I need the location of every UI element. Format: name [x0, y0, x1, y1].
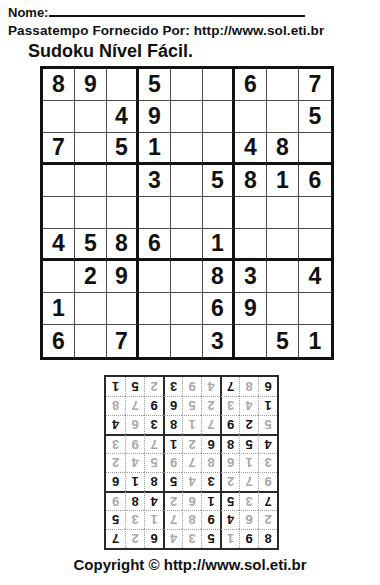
cell-r4c9: 6: [299, 165, 331, 197]
cell-r2c4: 9: [139, 101, 171, 133]
cell-r4c4: 3: [139, 165, 171, 197]
solution-cell-r5c9: 2: [106, 453, 125, 472]
cell-r9c8: 5: [267, 325, 299, 357]
solution-cell-r1c9: 7: [106, 529, 125, 548]
solution-cell-r2c5: 8: [182, 510, 201, 529]
solution-cell-r8c8: 7: [125, 396, 144, 415]
solution-cell-r9c9: 1: [106, 377, 125, 396]
solution-cell-r3c4: 1: [201, 491, 220, 510]
solution-cell-r2c8: 3: [125, 510, 144, 529]
solution-cell-r9c3: 7: [220, 377, 239, 396]
cell-r1c6[interactable]: [203, 69, 235, 101]
cell-r9c2[interactable]: [75, 325, 107, 357]
cell-r2c6[interactable]: [203, 101, 235, 133]
solution-cell-r1c6: 4: [163, 529, 182, 548]
solution-cell-r6c6: 1: [163, 434, 182, 453]
cell-r8c4[interactable]: [139, 293, 171, 325]
cell-r3c1: 7: [43, 133, 75, 165]
cell-r7c3: 9: [107, 261, 139, 293]
solution-cell-r7c1: 5: [258, 415, 277, 434]
solution-cell-r8c4: 2: [201, 396, 220, 415]
solution-cell-r9c8: 5: [125, 377, 144, 396]
cell-r5c9[interactable]: [299, 197, 331, 229]
cell-r2c1[interactable]: [43, 101, 75, 133]
solution-cell-r5c3: 6: [220, 453, 239, 472]
cell-r6c4: 6: [139, 229, 171, 261]
solution-cell-r2c6: 7: [163, 510, 182, 529]
solution-cell-r9c6: 3: [163, 377, 182, 396]
name-blank-line: [49, 3, 305, 17]
solution-cell-r3c1: 7: [258, 491, 277, 510]
solution-cell-r8c9: 8: [106, 396, 125, 415]
solution-cell-r2c3: 4: [220, 510, 239, 529]
cell-r9c3: 7: [107, 325, 139, 357]
name-row: Nome:: [8, 3, 305, 20]
cell-r6c1: 4: [43, 229, 75, 261]
solution-cell-r4c2: 7: [239, 472, 258, 491]
cell-r7c4[interactable]: [139, 261, 171, 293]
solution-cell-r2c9: 5: [106, 510, 125, 529]
name-label: Nome:: [8, 5, 48, 20]
solution-cell-r8c2: 4: [239, 396, 258, 415]
cell-r1c4: 5: [139, 69, 171, 101]
cell-r5c7[interactable]: [235, 197, 267, 229]
cell-r1c3[interactable]: [107, 69, 139, 101]
solution-cell-r1c1: 8: [258, 529, 277, 548]
cell-r4c1[interactable]: [43, 165, 75, 197]
cell-r1c9: 7: [299, 69, 331, 101]
cell-r9c1: 6: [43, 325, 75, 357]
cell-r5c4[interactable]: [139, 197, 171, 229]
cell-r3c2[interactable]: [75, 133, 107, 165]
cell-r4c2[interactable]: [75, 165, 107, 197]
cell-r6c2: 5: [75, 229, 107, 261]
solution-cell-r7c5: 1: [182, 415, 201, 434]
solution-cell-r5c8: 4: [125, 453, 144, 472]
solution-cell-r6c1: 4: [258, 434, 277, 453]
cell-r2c2[interactable]: [75, 101, 107, 133]
cell-r6c9[interactable]: [299, 229, 331, 261]
solution-cell-r9c5: 9: [182, 377, 201, 396]
solution-cell-r5c5: 7: [182, 453, 201, 472]
cell-r8c7: 9: [235, 293, 267, 325]
solution-cell-r2c4: 9: [201, 510, 220, 529]
solution-cell-r5c6: 9: [163, 453, 182, 472]
cell-r4c5[interactable]: [171, 165, 203, 197]
solution-cell-r1c8: 2: [125, 529, 144, 548]
cell-r5c8[interactable]: [267, 197, 299, 229]
cell-r9c5[interactable]: [171, 325, 203, 357]
sudoku-solution-grid-upside-down: 8915346272649871357351624899723458163168…: [104, 375, 279, 550]
cell-r7c5[interactable]: [171, 261, 203, 293]
cell-r6c8[interactable]: [267, 229, 299, 261]
solution-cell-r6c4: 6: [201, 434, 220, 453]
solution-cell-r4c6: 5: [163, 472, 182, 491]
solution-cell-r1c2: 9: [239, 529, 258, 548]
solution-cell-r1c7: 6: [144, 529, 163, 548]
cell-r3c3: 5: [107, 133, 139, 165]
solution-cell-r5c1: 3: [258, 453, 277, 472]
solution-cell-r3c6: 2: [163, 491, 182, 510]
solution-cell-r3c5: 6: [182, 491, 201, 510]
cell-r8c2[interactable]: [75, 293, 107, 325]
cell-r8c3[interactable]: [107, 293, 139, 325]
solution-cell-r7c2: 2: [239, 415, 258, 434]
cell-r6c6: 1: [203, 229, 235, 261]
solution-cell-r5c4: 8: [201, 453, 220, 472]
cell-r3c8: 8: [267, 133, 299, 165]
cell-r3c5[interactable]: [171, 133, 203, 165]
solution-cell-r9c7: 2: [144, 377, 163, 396]
solution-cell-r9c2: 8: [239, 377, 258, 396]
solution-cell-r4c9: 6: [106, 472, 125, 491]
solution-cell-r4c4: 3: [201, 472, 220, 491]
page-title: Sudoku Nível Fácil.: [28, 41, 193, 62]
solution-cell-r7c8: 6: [125, 415, 144, 434]
cell-r6c3: 8: [107, 229, 139, 261]
cell-r2c7[interactable]: [235, 101, 267, 133]
cell-r5c3[interactable]: [107, 197, 139, 229]
cell-r8c5[interactable]: [171, 293, 203, 325]
cell-r7c2: 2: [75, 261, 107, 293]
cell-r8c1: 1: [43, 293, 75, 325]
solution-cell-r2c7: 1: [144, 510, 163, 529]
solution-cell-r2c2: 6: [239, 510, 258, 529]
solution-cell-r8c1: 1: [258, 396, 277, 415]
solution-cell-r1c5: 3: [182, 529, 201, 548]
cell-r7c8[interactable]: [267, 261, 299, 293]
cell-r7c6: 8: [203, 261, 235, 293]
cell-r2c3: 4: [107, 101, 139, 133]
solution-cell-r1c4: 5: [201, 529, 220, 548]
cell-r1c2: 9: [75, 69, 107, 101]
provider-line: Passatempo Fornecido Por: http://www.sol…: [8, 23, 324, 38]
sudoku-printable-page: Nome: Passatempo Fornecido Por: http://w…: [0, 0, 380, 585]
cell-r1c5[interactable]: [171, 69, 203, 101]
solution-cell-r6c5: 2: [182, 434, 201, 453]
cell-r7c1[interactable]: [43, 261, 75, 293]
cell-r8c6: 6: [203, 293, 235, 325]
solution-cell-r7c7: 3: [144, 415, 163, 434]
cell-r3c6[interactable]: [203, 133, 235, 165]
solution-cell-r3c2: 3: [239, 491, 258, 510]
cell-r9c4[interactable]: [139, 325, 171, 357]
cell-r4c6: 5: [203, 165, 235, 197]
solution-cell-r6c9: 3: [106, 434, 125, 453]
cell-r6c5[interactable]: [171, 229, 203, 261]
cell-r9c7[interactable]: [235, 325, 267, 357]
cell-r1c1: 8: [43, 69, 75, 101]
solution-cell-r4c5: 4: [182, 472, 201, 491]
cell-r2c8[interactable]: [267, 101, 299, 133]
solution-cell-r7c6: 8: [163, 415, 182, 434]
solution-cell-r6c2: 5: [239, 434, 258, 453]
cell-r6c7[interactable]: [235, 229, 267, 261]
solution-cell-r4c8: 1: [125, 472, 144, 491]
cell-r3c9[interactable]: [299, 133, 331, 165]
copyright-line: Copyright © http://www.sol.eti.br: [0, 556, 380, 573]
solution-cell-r9c1: 6: [258, 377, 277, 396]
cell-r2c9: 5: [299, 101, 331, 133]
cell-r3c4: 1: [139, 133, 171, 165]
solution-cell-r6c8: 9: [125, 434, 144, 453]
cell-r8c9[interactable]: [299, 293, 331, 325]
solution-cell-r5c2: 1: [239, 453, 258, 472]
cell-r5c6[interactable]: [203, 197, 235, 229]
solution-cell-r3c8: 8: [125, 491, 144, 510]
solution-cell-r6c7: 7: [144, 434, 163, 453]
cell-r4c8: 1: [267, 165, 299, 197]
solution-cell-r8c5: 5: [182, 396, 201, 415]
cell-r1c8[interactable]: [267, 69, 299, 101]
solution-cell-r4c1: 9: [258, 472, 277, 491]
solution-cell-r4c7: 8: [144, 472, 163, 491]
solution-cell-r8c7: 9: [144, 396, 163, 415]
solution-cell-r1c3: 1: [220, 529, 239, 548]
solution-cell-r8c3: 3: [220, 396, 239, 415]
cell-r5c1[interactable]: [43, 197, 75, 229]
cell-r1c7: 6: [235, 69, 267, 101]
cell-r8c8[interactable]: [267, 293, 299, 325]
solution-cell-r3c7: 4: [144, 491, 163, 510]
solution-cell-r4c3: 2: [220, 472, 239, 491]
solution-cell-r7c3: 9: [220, 415, 239, 434]
sudoku-puzzle-grid: 895674957514835816458612983416967351: [40, 66, 334, 360]
cell-r4c7: 8: [235, 165, 267, 197]
solution-cell-r9c4: 4: [201, 377, 220, 396]
cell-r7c7: 3: [235, 261, 267, 293]
solution-cell-r5c7: 5: [144, 453, 163, 472]
solution-cell-r7c9: 4: [106, 415, 125, 434]
solution-cell-r8c6: 6: [163, 396, 182, 415]
cell-r9c9: 1: [299, 325, 331, 357]
cell-r5c5[interactable]: [171, 197, 203, 229]
cell-r4c3[interactable]: [107, 165, 139, 197]
solution-cell-r6c3: 8: [220, 434, 239, 453]
solution-cell-r3c9: 9: [106, 491, 125, 510]
cell-r9c6: 3: [203, 325, 235, 357]
solution-cell-r3c3: 5: [220, 491, 239, 510]
solution-cell-r7c4: 7: [201, 415, 220, 434]
cell-r7c9: 4: [299, 261, 331, 293]
solution-cell-r2c1: 2: [258, 510, 277, 529]
cell-r2c5[interactable]: [171, 101, 203, 133]
cell-r5c2[interactable]: [75, 197, 107, 229]
cell-r3c7: 4: [235, 133, 267, 165]
